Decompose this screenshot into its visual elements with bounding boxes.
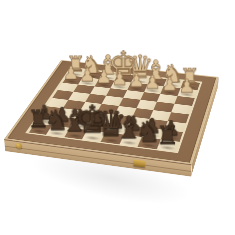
piece-black-rook: ♜ [143, 123, 191, 148]
brass-latch-icon [133, 159, 145, 167]
chess-set-product-photo: ♜♞♝♚♛♝♞♜♟♟♟♟♟♟♟♟♟♟♟♟♟♟♟♟♜♞♝♚♛♝♞♜ [0, 0, 235, 235]
piece-white-pawn: ♟ [165, 77, 208, 96]
scene: ♜♞♝♚♛♝♞♜♟♟♟♟♟♟♟♟♟♟♟♟♟♟♟♟♜♞♝♚♛♝♞♜ [0, 0, 235, 235]
chess-board: ♜♞♝♚♛♝♞♜♟♟♟♟♟♟♟♟♟♟♟♟♟♟♟♟♜♞♝♚♛♝♞♜ [4, 60, 218, 164]
